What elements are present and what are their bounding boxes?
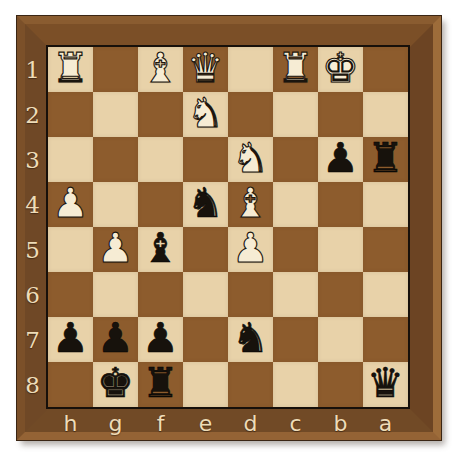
white-bishop: ♝ — [142, 46, 179, 94]
black-bishop: ♝ — [142, 226, 179, 274]
square-h1[interactable]: ♜ — [48, 47, 93, 92]
square-e6[interactable] — [183, 272, 228, 317]
square-f7[interactable]: ♟ — [138, 317, 183, 362]
square-d1[interactable] — [228, 47, 273, 92]
square-e8[interactable] — [183, 362, 228, 407]
square-c4[interactable] — [273, 182, 318, 227]
square-d2[interactable] — [228, 92, 273, 137]
square-h5[interactable] — [48, 227, 93, 272]
square-f5[interactable]: ♝ — [138, 227, 183, 272]
square-g4[interactable] — [93, 182, 138, 227]
square-f1[interactable]: ♝ — [138, 47, 183, 92]
square-h7[interactable]: ♟ — [48, 317, 93, 362]
square-a5[interactable] — [363, 227, 408, 272]
square-d6[interactable] — [228, 272, 273, 317]
square-h8[interactable] — [48, 362, 93, 407]
square-c2[interactable] — [273, 92, 318, 137]
square-a4[interactable] — [363, 182, 408, 227]
square-h6[interactable] — [48, 272, 93, 317]
white-king: ♚ — [322, 46, 359, 94]
black-knight: ♞ — [232, 316, 269, 364]
file-label-f: f — [138, 407, 183, 439]
square-a1[interactable] — [363, 47, 408, 92]
square-g7[interactable]: ♟ — [93, 317, 138, 362]
black-pawn: ♟ — [97, 316, 134, 364]
square-g5[interactable]: ♟ — [93, 227, 138, 272]
page-background: ♜♝♛♜♚♞♞♟♜♟♞♝♟♝♟♟♟♟♞♚♜♛ 12345678 hgfedcba — [0, 0, 464, 463]
square-e2[interactable]: ♞ — [183, 92, 228, 137]
white-knight: ♞ — [187, 91, 224, 139]
square-f8[interactable]: ♜ — [138, 362, 183, 407]
rank-label-5: 5 — [17, 227, 48, 272]
square-d7[interactable]: ♞ — [228, 317, 273, 362]
square-e5[interactable] — [183, 227, 228, 272]
black-knight: ♞ — [187, 181, 224, 229]
square-a8[interactable]: ♛ — [363, 362, 408, 407]
square-d8[interactable] — [228, 362, 273, 407]
square-e1[interactable]: ♛ — [183, 47, 228, 92]
square-b6[interactable] — [318, 272, 363, 317]
black-pawn: ♟ — [322, 136, 359, 184]
square-f4[interactable] — [138, 182, 183, 227]
file-label-c: c — [273, 407, 318, 439]
rank-label-4: 4 — [17, 182, 48, 227]
square-c8[interactable] — [273, 362, 318, 407]
black-king: ♚ — [97, 361, 134, 409]
square-b5[interactable] — [318, 227, 363, 272]
square-g1[interactable] — [93, 47, 138, 92]
white-rook: ♜ — [277, 46, 314, 94]
square-c7[interactable] — [273, 317, 318, 362]
rank-label-3: 3 — [17, 137, 48, 182]
square-f2[interactable] — [138, 92, 183, 137]
square-g6[interactable] — [93, 272, 138, 317]
square-h2[interactable] — [48, 92, 93, 137]
square-e7[interactable] — [183, 317, 228, 362]
square-h3[interactable] — [48, 137, 93, 182]
white-knight: ♞ — [232, 136, 269, 184]
white-pawn: ♟ — [97, 226, 134, 274]
black-queen: ♛ — [367, 361, 404, 409]
square-a6[interactable] — [363, 272, 408, 317]
square-b3[interactable]: ♟ — [318, 137, 363, 182]
file-label-g: g — [93, 407, 138, 439]
square-d5[interactable]: ♟ — [228, 227, 273, 272]
square-b8[interactable] — [318, 362, 363, 407]
square-g2[interactable] — [93, 92, 138, 137]
white-pawn: ♟ — [52, 181, 89, 229]
black-rook: ♜ — [142, 361, 179, 409]
square-c1[interactable]: ♜ — [273, 47, 318, 92]
file-label-d: d — [228, 407, 273, 439]
black-pawn: ♟ — [142, 316, 179, 364]
square-d4[interactable]: ♝ — [228, 182, 273, 227]
rank-label-2: 2 — [17, 92, 48, 137]
square-d3[interactable]: ♞ — [228, 137, 273, 182]
square-f3[interactable] — [138, 137, 183, 182]
square-b4[interactable] — [318, 182, 363, 227]
square-e3[interactable] — [183, 137, 228, 182]
square-f6[interactable] — [138, 272, 183, 317]
white-pawn: ♟ — [232, 226, 269, 274]
file-label-h: h — [48, 407, 93, 439]
square-e4[interactable]: ♞ — [183, 182, 228, 227]
square-b7[interactable] — [318, 317, 363, 362]
chess-board: ♜♝♛♜♚♞♞♟♜♟♞♝♟♝♟♟♟♟♞♚♜♛ — [48, 47, 408, 407]
file-label-a: a — [363, 407, 408, 439]
rank-label-6: 6 — [17, 272, 48, 317]
square-h4[interactable]: ♟ — [48, 182, 93, 227]
rank-label-1: 1 — [17, 47, 48, 92]
square-a3[interactable]: ♜ — [363, 137, 408, 182]
square-g8[interactable]: ♚ — [93, 362, 138, 407]
white-queen: ♛ — [187, 46, 224, 94]
rank-label-7: 7 — [17, 317, 48, 362]
square-c5[interactable] — [273, 227, 318, 272]
file-label-b: b — [318, 407, 363, 439]
rank-label-8: 8 — [17, 362, 48, 407]
white-rook: ♜ — [52, 46, 89, 94]
square-b2[interactable] — [318, 92, 363, 137]
square-b1[interactable]: ♚ — [318, 47, 363, 92]
black-pawn: ♟ — [52, 316, 89, 364]
square-c3[interactable] — [273, 137, 318, 182]
square-g3[interactable] — [93, 137, 138, 182]
file-label-e: e — [183, 407, 228, 439]
black-rook: ♜ — [367, 136, 404, 184]
square-a2[interactable] — [363, 92, 408, 137]
square-c6[interactable] — [273, 272, 318, 317]
white-bishop: ♝ — [232, 181, 269, 229]
square-a7[interactable] — [363, 317, 408, 362]
